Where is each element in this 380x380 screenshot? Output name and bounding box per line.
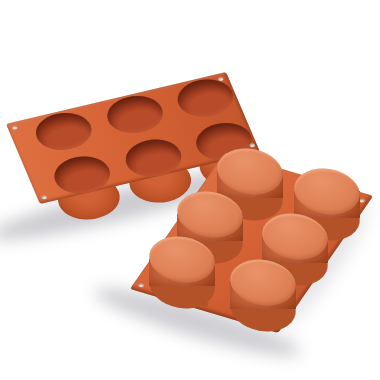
hanging-hole: [218, 77, 224, 82]
mold-cavity: [30, 108, 98, 155]
hanging-hole: [11, 125, 17, 130]
hanging-hole: [41, 195, 47, 200]
product-photo-stage: Two terracotta-orange six-cavity round s…: [0, 0, 380, 380]
mold-cavity: [101, 91, 169, 138]
mold-cylinder: [149, 237, 215, 311]
hanging-hole: [249, 143, 255, 148]
mold-cylinder: [230, 260, 296, 334]
mold-cavity: [171, 74, 239, 121]
